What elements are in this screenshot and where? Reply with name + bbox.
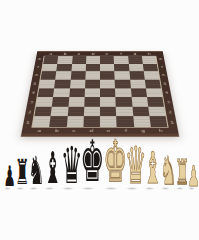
square-d8 [86, 56, 100, 63]
square-b1 [49, 116, 67, 126]
square-a7 [42, 64, 57, 72]
square-b7 [56, 64, 71, 72]
square-a3 [36, 97, 53, 106]
white-king: ♚ [103, 133, 119, 190]
black-bishop: ♝ [43, 147, 55, 191]
square-c3 [68, 97, 84, 106]
square-e1 [100, 116, 117, 126]
square-f8 [114, 56, 128, 63]
white-pawn: ♟ [188, 162, 196, 191]
square-d7 [85, 64, 100, 72]
square-f7 [114, 64, 129, 72]
square-h5 [145, 80, 161, 89]
square-g7 [128, 64, 143, 72]
square-g1 [133, 116, 151, 126]
square-d1 [83, 116, 100, 126]
square-g5 [130, 80, 146, 89]
square-c2 [67, 107, 84, 117]
white-knight: ♞ [160, 151, 171, 190]
rank-label: 7 [158, 63, 167, 71]
square-e7 [100, 64, 115, 72]
file-label: b [48, 128, 66, 134]
square-h4 [146, 88, 163, 97]
square-f6 [115, 71, 130, 79]
file-label: h [151, 128, 169, 134]
square-d4 [84, 88, 100, 97]
square-e6 [100, 71, 115, 79]
square-h2 [148, 107, 166, 117]
square-b5 [54, 80, 70, 89]
square-g4 [130, 88, 146, 97]
square-g2 [132, 107, 149, 117]
square-c5 [70, 80, 86, 89]
square-c4 [69, 88, 85, 97]
square-f3 [116, 97, 132, 106]
white-rook: ♜ [175, 156, 185, 191]
square-g6 [129, 71, 145, 79]
square-c8 [72, 56, 86, 63]
square-h1 [149, 116, 167, 126]
square-f5 [115, 80, 131, 89]
square-b4 [53, 88, 69, 97]
square-d5 [85, 80, 100, 89]
white-queen: ♛ [124, 139, 138, 190]
square-a5 [39, 80, 55, 89]
square-b2 [51, 107, 68, 117]
black-king: ♚ [81, 133, 97, 190]
square-e8 [100, 56, 114, 63]
square-g8 [128, 56, 143, 63]
file-label: a [30, 128, 48, 134]
rank-label: 8 [156, 56, 165, 64]
square-f4 [115, 88, 131, 97]
board-frame: a b c d e f g h a b c d e f g h 8 [21, 51, 179, 136]
square-e2 [100, 107, 116, 117]
square-e5 [100, 80, 115, 89]
square-c6 [70, 71, 85, 79]
square-h8 [142, 56, 157, 63]
black-knight: ♞ [28, 151, 39, 190]
square-a6 [41, 71, 57, 79]
square-c1 [66, 116, 83, 126]
square-h6 [144, 71, 160, 79]
square-f2 [116, 107, 133, 117]
black-queen: ♛ [61, 139, 75, 190]
black-rook: ♜ [14, 156, 24, 191]
board-squares [31, 56, 168, 128]
chess-board: a b c d e f g h a b c d e f g h 8 [21, 51, 179, 136]
square-h7 [143, 64, 158, 72]
square-e4 [100, 88, 116, 97]
square-a4 [38, 88, 55, 97]
square-a8 [43, 56, 58, 63]
square-g3 [131, 97, 148, 106]
square-d3 [84, 97, 100, 106]
square-d2 [84, 107, 100, 117]
white-bishop: ♝ [144, 147, 156, 191]
square-h3 [147, 97, 164, 106]
black-pawn: ♟ [3, 162, 11, 191]
square-f1 [116, 116, 133, 126]
square-a2 [34, 107, 52, 117]
square-b8 [57, 56, 72, 63]
square-c7 [71, 64, 86, 72]
square-e3 [100, 97, 116, 106]
square-a1 [33, 116, 51, 126]
square-b6 [55, 71, 71, 79]
square-b3 [52, 97, 69, 106]
square-d6 [85, 71, 100, 79]
pieces-row: ♟ ♜ ♞ ♝ ♛ ♚ ♚ ♛ ♝ ♞ ♜ ♟ [0, 152, 199, 190]
file-label: g [134, 128, 152, 134]
